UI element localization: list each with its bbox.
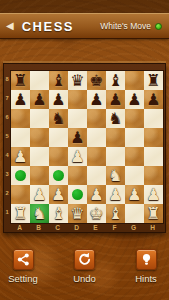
header: ◀ CHESS White's Move (0, 13, 169, 39)
undo-button[interactable]: Undo (62, 249, 108, 284)
square-f5[interactable] (106, 128, 125, 147)
square-h8[interactable]: ♜ (144, 71, 163, 90)
file-labels: ABCDEFGH (10, 222, 162, 233)
square-c1[interactable]: ♝ (49, 204, 68, 223)
file-label-G: G (126, 223, 142, 232)
square-e4[interactable] (87, 147, 106, 166)
file-label-H: H (145, 223, 161, 232)
square-c5[interactable] (49, 128, 68, 147)
square-c8[interactable]: ♝ (49, 71, 68, 90)
square-f7[interactable]: ♟ (106, 90, 125, 109)
square-e2[interactable]: ♟ (87, 185, 106, 204)
rank-label-4: 4 (5, 149, 9, 163)
square-h5[interactable] (144, 128, 163, 147)
square-g7[interactable]: ♟ (125, 90, 144, 109)
square-a1[interactable]: ♜ (11, 204, 30, 223)
square-g5[interactable] (125, 128, 144, 147)
square-h1[interactable]: ♜ (144, 204, 163, 223)
piece-white-rook: ♜ (13, 204, 27, 223)
back-arrow-icon[interactable]: ◀ (6, 21, 14, 31)
square-b3[interactable] (30, 166, 49, 185)
piece-black-pawn: ♟ (32, 90, 46, 109)
square-h6[interactable] (144, 109, 163, 128)
file-label-A: A (12, 223, 28, 232)
square-a7[interactable]: ♟ (11, 90, 30, 109)
piece-white-king: ♚ (89, 204, 103, 223)
square-f4[interactable] (106, 147, 125, 166)
share-icon (13, 249, 34, 270)
square-d6[interactable] (68, 109, 87, 128)
piece-white-knight: ♞ (32, 204, 46, 223)
piece-white-pawn: ♟ (32, 185, 46, 204)
square-c4[interactable] (49, 147, 68, 166)
square-f6[interactable]: ♞ (106, 109, 125, 128)
square-c3[interactable] (49, 166, 68, 185)
square-b4[interactable] (30, 147, 49, 166)
square-f8[interactable]: ♝ (106, 71, 125, 90)
square-b8[interactable] (30, 71, 49, 90)
square-f2[interactable]: ♟ (106, 185, 125, 204)
square-g1[interactable] (125, 204, 144, 223)
square-d4[interactable]: ♟ (68, 147, 87, 166)
square-d7[interactable] (68, 90, 87, 109)
turn-dot-icon (155, 23, 162, 30)
piece-black-rook: ♜ (13, 71, 27, 90)
page-title: CHESS (22, 19, 74, 34)
piece-black-knight: ♞ (51, 109, 65, 128)
piece-white-pawn: ♟ (127, 185, 141, 204)
square-h4[interactable] (144, 147, 163, 166)
file-label-C: C (50, 223, 66, 232)
board-squares: ♜♝♛♚♝♜♟♟♟♟♟♟♟♞♞♟♟♟♞♟♟♟♟♟♟♜♞♝♛♚♝♜ (10, 70, 164, 224)
file-label-F: F (107, 223, 123, 232)
rank-label-2: 2 (5, 187, 9, 201)
square-d5[interactable]: ♟ (68, 128, 87, 147)
piece-white-queen: ♛ (70, 204, 84, 223)
file-label-E: E (88, 223, 104, 232)
square-d8[interactable]: ♛ (68, 71, 87, 90)
hints-label: Hints (135, 273, 157, 284)
square-e7[interactable]: ♟ (87, 90, 106, 109)
square-e8[interactable]: ♚ (87, 71, 106, 90)
square-b6[interactable] (30, 109, 49, 128)
piece-white-bishop: ♝ (108, 204, 122, 223)
square-d2[interactable] (68, 185, 87, 204)
file-label-B: B (31, 223, 47, 232)
piece-black-pawn: ♟ (108, 90, 122, 109)
square-c6[interactable]: ♞ (49, 109, 68, 128)
square-g8[interactable] (125, 71, 144, 90)
status-bar-shade (0, 0, 169, 13)
piece-white-pawn: ♟ (13, 147, 27, 166)
piece-black-bishop: ♝ (108, 71, 122, 90)
square-b7[interactable]: ♟ (30, 90, 49, 109)
setting-button[interactable]: Setting (0, 249, 46, 284)
square-b2[interactable]: ♟ (30, 185, 49, 204)
square-c2[interactable]: ♟ (49, 185, 68, 204)
square-a5[interactable] (11, 128, 30, 147)
piece-black-pawn: ♟ (51, 90, 65, 109)
undo-icon (74, 249, 95, 270)
square-a3[interactable] (11, 166, 30, 185)
undo-label: Undo (73, 273, 96, 284)
toolbar: Setting Undo Hints (0, 249, 169, 284)
piece-white-pawn: ♟ (51, 185, 65, 204)
square-g2[interactable]: ♟ (125, 185, 144, 204)
piece-black-knight: ♞ (108, 109, 122, 128)
rank-label-6: 6 (5, 111, 9, 125)
piece-white-rook: ♜ (146, 204, 160, 223)
setting-label: Setting (8, 273, 38, 284)
piece-black-queen: ♛ (70, 71, 84, 90)
square-e6[interactable] (87, 109, 106, 128)
piece-black-rook: ♜ (146, 71, 160, 90)
square-b1[interactable]: ♞ (30, 204, 49, 223)
square-h3[interactable] (144, 166, 163, 185)
rank-label-8: 8 (5, 73, 9, 87)
chess-board: 87654321 ♜♝♛♚♝♜♟♟♟♟♟♟♟♞♞♟♟♟♞♟♟♟♟♟♟♜♞♝♛♚♝… (3, 63, 166, 233)
piece-black-pawn: ♟ (70, 128, 84, 147)
piece-white-pawn: ♟ (146, 185, 160, 204)
turn-text: White's Move (100, 21, 151, 31)
square-h2[interactable]: ♟ (144, 185, 163, 204)
rank-label-3: 3 (5, 168, 9, 182)
piece-black-pawn: ♟ (13, 90, 27, 109)
piece-black-pawn: ♟ (127, 90, 141, 109)
lightbulb-icon (136, 249, 157, 270)
piece-black-pawn: ♟ (146, 90, 160, 109)
square-e1[interactable]: ♚ (87, 204, 106, 223)
square-f1[interactable]: ♝ (106, 204, 125, 223)
square-a2[interactable] (11, 185, 30, 204)
square-e3[interactable] (87, 166, 106, 185)
piece-white-pawn: ♟ (108, 185, 122, 204)
piece-black-king: ♚ (89, 71, 103, 90)
piece-black-bishop: ♝ (51, 71, 65, 90)
legal-move-dot (15, 170, 26, 181)
square-a4[interactable]: ♟ (11, 147, 30, 166)
chess-app: ◀ CHESS White's Move 87654321 ♜♝♛♚♝♜♟♟♟♟… (0, 0, 169, 300)
piece-white-pawn: ♟ (89, 185, 103, 204)
rank-label-1: 1 (5, 206, 9, 220)
square-d3[interactable] (68, 166, 87, 185)
square-a8[interactable]: ♜ (11, 71, 30, 90)
rank-label-5: 5 (5, 130, 9, 144)
square-g3[interactable] (125, 166, 144, 185)
square-b5[interactable] (30, 128, 49, 147)
piece-white-pawn: ♟ (70, 147, 84, 166)
piece-white-knight: ♞ (108, 166, 122, 185)
square-f3[interactable]: ♞ (106, 166, 125, 185)
square-d1[interactable]: ♛ (68, 204, 87, 223)
square-g4[interactable] (125, 147, 144, 166)
file-label-D: D (69, 223, 85, 232)
square-e5[interactable] (87, 128, 106, 147)
legal-move-dot (72, 189, 83, 200)
piece-black-pawn: ♟ (89, 90, 103, 109)
square-a6[interactable] (11, 109, 30, 128)
rank-label-7: 7 (5, 92, 9, 106)
square-h7[interactable]: ♟ (144, 90, 163, 109)
square-g6[interactable] (125, 109, 144, 128)
legal-move-dot (53, 170, 64, 181)
square-c7[interactable]: ♟ (49, 90, 68, 109)
piece-white-bishop: ♝ (51, 204, 65, 223)
turn-indicator: White's Move (100, 21, 162, 31)
hints-button[interactable]: Hints (123, 249, 169, 284)
